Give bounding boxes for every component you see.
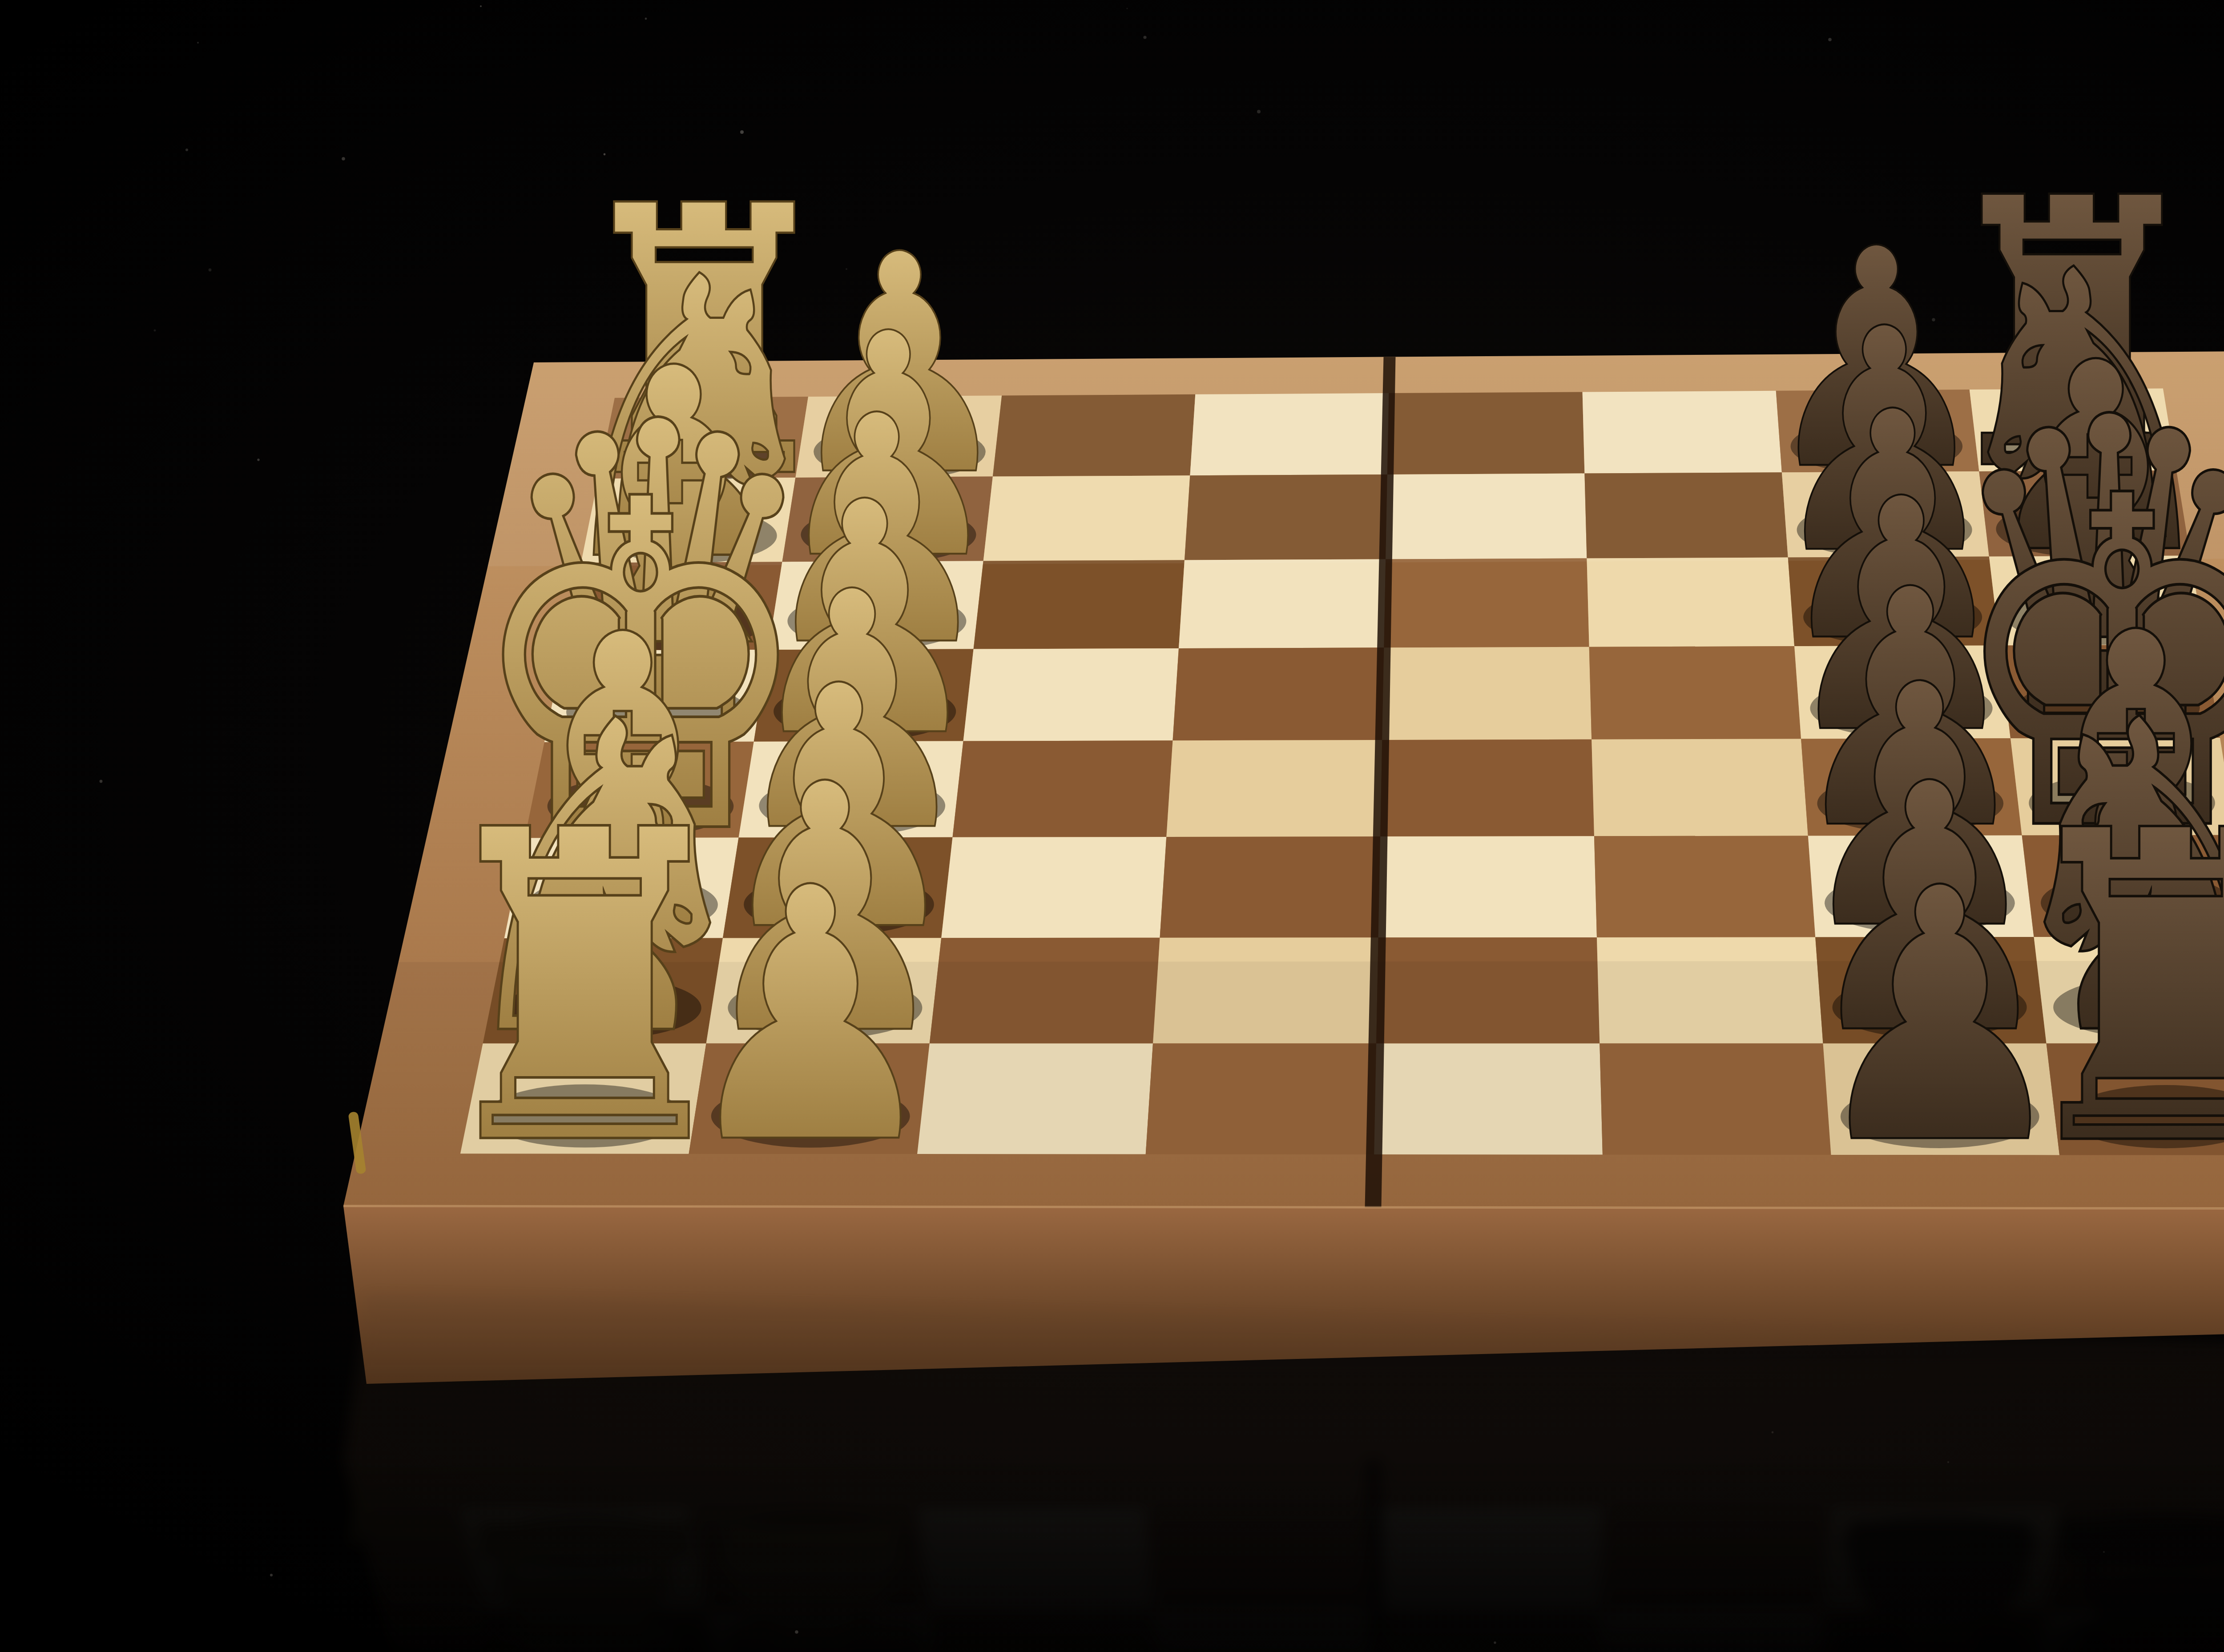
square-c6[interactable]	[1587, 558, 1794, 647]
dust-speck	[257, 458, 259, 461]
piece-white-pawn-h2[interactable]: ♟	[677, 816, 944, 1218]
dust-speck	[197, 42, 199, 44]
dust-speck	[342, 157, 345, 161]
dust-speck	[1494, 1641, 1496, 1644]
dust-speck	[1947, 1461, 1949, 1463]
dust-speck	[1772, 1431, 1774, 1434]
chessboard[interactable]: ♜♟♟♜♞♟♟♞♝♟♟♝♛♟♟♛♚♟♟♚♝♟♟♝♞♟♟♞♜♟♟♜	[0, 0, 2224, 1652]
square-f5[interactable]	[1378, 836, 1597, 937]
dust-speck	[2103, 1551, 2105, 1553]
dust-speck	[795, 1630, 798, 1634]
square-f6[interactable]	[1594, 836, 1815, 937]
chessboard-scene: ♜♟♟♜♞♟♟♞♝♟♟♝♛♟♟♛♚♟♟♚♝♟♟♝♞♟♟♞♜♟♟♜	[0, 0, 2224, 1652]
dust-speck	[154, 330, 156, 332]
square-e5[interactable]	[1380, 740, 1594, 836]
photo-stage: ♜♟♟♜♞♟♟♞♝♟♟♝♛♟♟♛♚♟♟♚♝♟♟♝♞♟♟♞♜♟♟♜ ♜♟♟♜♞♟♟…	[0, 0, 2224, 1652]
dust-speck	[645, 18, 647, 20]
square-d5[interactable]	[1382, 647, 1591, 740]
dust-speck	[1143, 36, 1146, 39]
dust-speck	[209, 269, 212, 272]
dust-speck	[1126, 8, 1128, 9]
square-f4[interactable]	[1160, 836, 1381, 938]
square-c4[interactable]	[1179, 559, 1386, 648]
square-d6[interactable]	[1589, 646, 1801, 740]
square-c5[interactable]	[1384, 559, 1589, 648]
dust-speck	[100, 780, 103, 783]
dust-speck	[270, 1574, 273, 1576]
square-e4[interactable]	[1166, 740, 1382, 837]
piece-black-rook-h8[interactable]: ♜	[2002, 743, 2224, 1237]
dust-speck	[185, 149, 188, 151]
square-d4[interactable]	[1173, 647, 1384, 740]
dust-speck	[1828, 38, 1832, 41]
dust-speck	[1257, 110, 1261, 113]
square-e6[interactable]	[1591, 739, 1808, 836]
dust-speck	[480, 5, 482, 7]
